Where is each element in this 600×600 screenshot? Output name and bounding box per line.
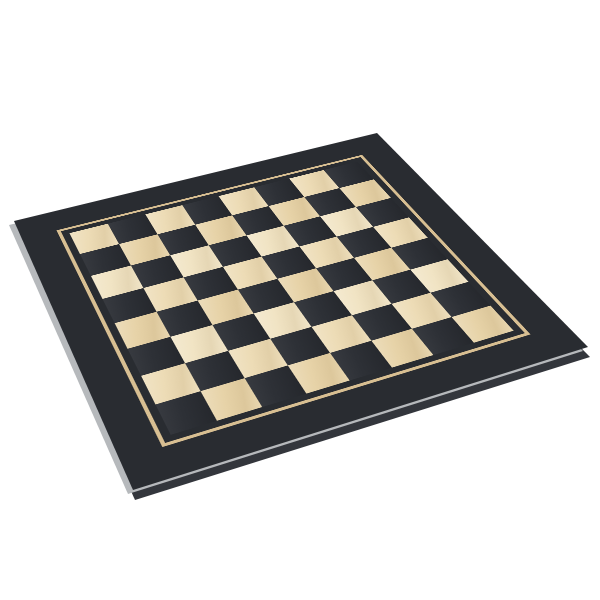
chess-board <box>14 133 588 490</box>
product-photo <box>0 0 600 600</box>
